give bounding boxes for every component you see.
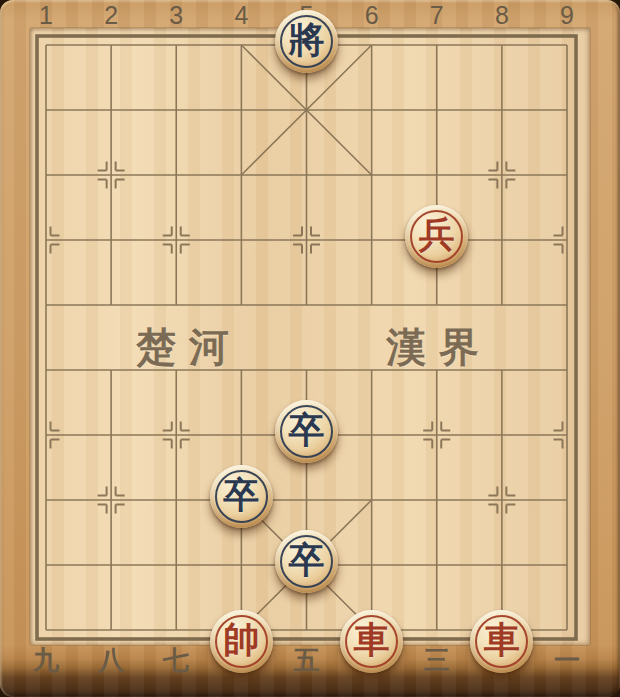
red-chariot-piece[interactable]: 車 [340,610,403,673]
piece-ring [410,210,463,263]
red-soldier-piece[interactable]: 兵 [405,205,468,268]
red-chariot-piece[interactable]: 車 [470,610,533,673]
piece-ring [345,615,398,668]
red-general-piece[interactable]: 帥 [210,610,273,673]
black-soldier-piece[interactable]: 卒 [275,530,338,593]
black-soldier-piece[interactable]: 卒 [275,400,338,463]
piece-ring [280,405,333,458]
piece-ring [280,15,333,68]
black-soldier-piece[interactable]: 卒 [210,465,273,528]
piece-ring [215,470,268,523]
black-general-piece[interactable]: 將 [275,10,338,73]
xiangqi-app: 123456789 九八七六五四三二一 楚河 漢界 將兵卒卒卒帥車車 [0,0,620,697]
piece-ring [280,535,333,588]
piece-ring [475,615,528,668]
piece-ring [215,615,268,668]
pieces-layer: 將兵卒卒卒帥車車 [13,13,599,663]
